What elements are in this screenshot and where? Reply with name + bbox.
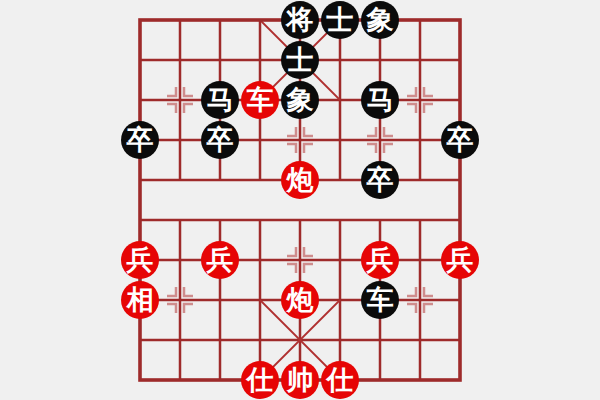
piece-black-chariot[interactable]: 车 — [361, 281, 399, 319]
piece-black-elephant[interactable]: 象 — [361, 1, 399, 39]
piece-black-horse[interactable]: 马 — [201, 81, 239, 119]
piece-black-advisor[interactable]: 士 — [281, 41, 319, 79]
piece-red-advisor[interactable]: 仕 — [241, 361, 279, 399]
piece-red-general[interactable]: 帅 — [281, 361, 319, 399]
piece-black-horse[interactable]: 马 — [361, 81, 399, 119]
piece-black-elephant[interactable]: 象 — [281, 81, 319, 119]
piece-red-cannon[interactable]: 炮 — [281, 161, 319, 199]
piece-red-advisor[interactable]: 仕 — [321, 361, 359, 399]
piece-red-pawn[interactable]: 兵 — [121, 241, 159, 279]
piece-black-pawn[interactable]: 卒 — [121, 121, 159, 159]
piece-black-pawn[interactable]: 卒 — [201, 121, 239, 159]
piece-red-pawn[interactable]: 兵 — [361, 241, 399, 279]
piece-grid[interactable]: 将士象士马车象马卒卒卒炮卒兵兵兵兵相炮车仕帅仕 — [120, 0, 480, 400]
piece-black-pawn[interactable]: 卒 — [361, 161, 399, 199]
piece-red-pawn[interactable]: 兵 — [201, 241, 239, 279]
piece-black-advisor[interactable]: 士 — [321, 1, 359, 39]
piece-black-pawn[interactable]: 卒 — [441, 121, 479, 159]
xiangqi-board-stage: 将士象士马车象马卒卒卒炮卒兵兵兵兵相炮车仕帅仕 — [0, 0, 600, 400]
piece-red-chariot[interactable]: 车 — [241, 81, 279, 119]
piece-red-pawn[interactable]: 兵 — [441, 241, 479, 279]
piece-red-cannon[interactable]: 炮 — [281, 281, 319, 319]
piece-black-general[interactable]: 将 — [281, 1, 319, 39]
piece-red-elephant[interactable]: 相 — [121, 281, 159, 319]
